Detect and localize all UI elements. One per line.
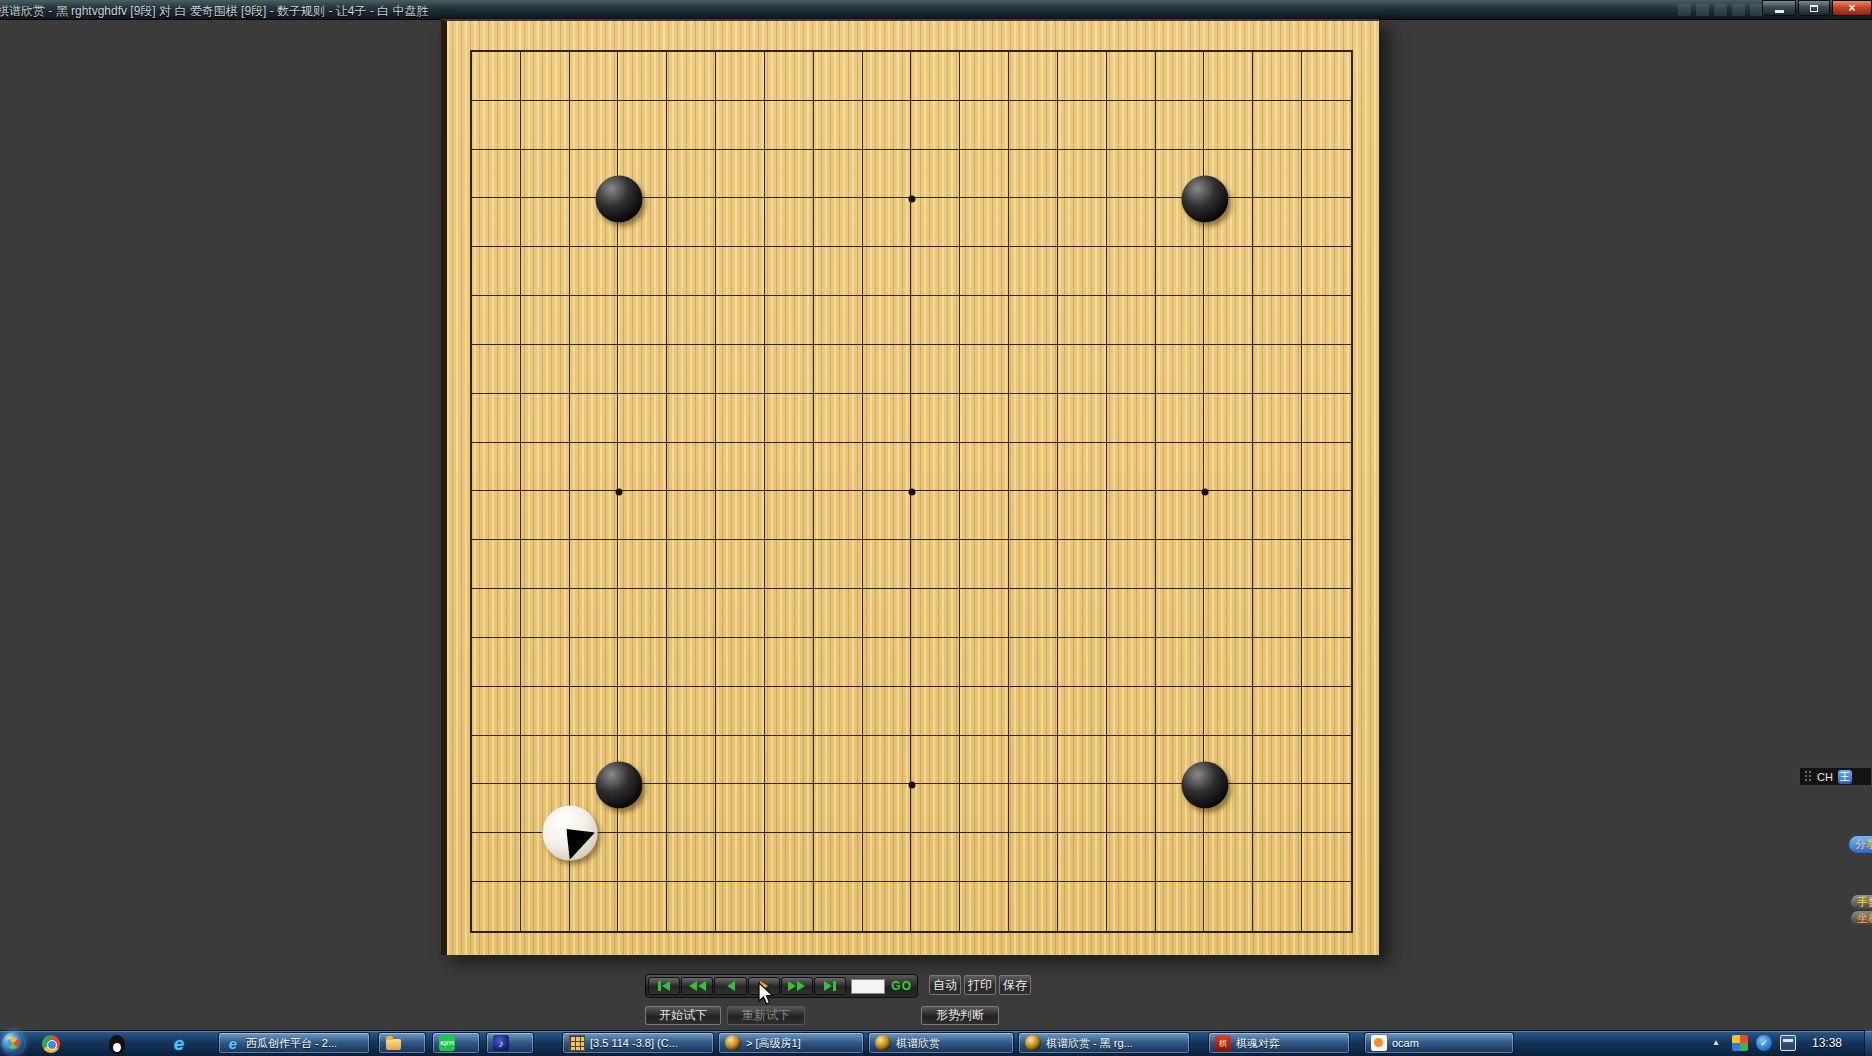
- taskbar-item-xigua[interactable]: e 西瓜创作平台 - 2...: [218, 1032, 370, 1054]
- close-icon: ×: [1848, 3, 1855, 13]
- go-ball-icon: [875, 1035, 891, 1051]
- first-move-icon: [658, 981, 661, 991]
- back-icon: [727, 981, 735, 991]
- screen: 棋谱欣赏 - 黑 rghtvghdfv [9段] 对 白 爱奇围棋 [9段] -…: [0, 0, 1872, 1056]
- title-bar: 棋谱欣赏 - 黑 rghtvghdfv [9段] 对 白 爱奇围棋 [9段] -…: [0, 0, 1872, 20]
- taskbar-item-explorer[interactable]: [378, 1032, 426, 1054]
- black-stone: [595, 175, 642, 222]
- show-desktop-button[interactable]: [1864, 1030, 1872, 1056]
- chrome-icon[interactable]: [40, 1033, 62, 1055]
- hoshi-point: [908, 195, 915, 202]
- nav-fast-back-button[interactable]: [681, 977, 713, 995]
- nav-first-button[interactable]: [648, 977, 680, 995]
- taskbar-item-viewer[interactable]: 棋谱欣赏: [868, 1032, 1014, 1054]
- ie-icon: e: [225, 1035, 241, 1051]
- taskbar-item-ocam[interactable]: ocam: [1364, 1032, 1514, 1054]
- titlebar-tool-icon[interactable]: [1714, 4, 1727, 16]
- goban-icon: [569, 1035, 585, 1051]
- tray-security-icon[interactable]: ✓: [1756, 1035, 1772, 1051]
- qihun-icon: 棋: [1215, 1035, 1231, 1051]
- hoshi-point: [908, 488, 915, 495]
- coordinates-toggle[interactable]: 坐标: [1851, 911, 1872, 925]
- board-grid[interactable]: [470, 50, 1353, 933]
- go-button[interactable]: GO: [888, 979, 915, 993]
- hoshi-point: [908, 781, 915, 788]
- window-title: 棋谱欣赏 - 黑 rghtvghdfv [9段] 对 白 爱奇围棋 [9段] -…: [0, 3, 428, 20]
- qq-icon[interactable]: [106, 1033, 128, 1055]
- ocam-icon: [1371, 1035, 1387, 1051]
- fast-back-icon: [689, 981, 697, 991]
- taskbar-clock[interactable]: 13:38: [1812, 1036, 1842, 1050]
- hoshi-point: [615, 488, 622, 495]
- save-button[interactable]: 保存: [999, 975, 1031, 995]
- iqiyi-icon: iQIYI: [439, 1035, 455, 1051]
- ime-language-bar[interactable]: CH 王: [1799, 767, 1872, 786]
- start-button[interactable]: [2, 1032, 24, 1054]
- go-ball-icon: [725, 1035, 741, 1051]
- black-stone: [595, 761, 642, 808]
- taskbar-item-viewer-game[interactable]: 棋谱欣赏 - 黑 rg...: [1018, 1032, 1190, 1054]
- taskbar-item-engine[interactable]: [3.5 114 -3.8] (C...: [562, 1032, 714, 1054]
- taskbar-item-room[interactable]: > [高级房1]: [718, 1032, 864, 1054]
- titlebar-tool-icon[interactable]: [1696, 4, 1709, 16]
- last-move-icon: [824, 981, 832, 991]
- fast-forward-icon: [788, 981, 796, 991]
- tray-app-icon[interactable]: [1732, 1035, 1748, 1051]
- share-button[interactable]: 分享: [1849, 836, 1872, 853]
- start-trial-button[interactable]: 开始试下: [645, 1006, 721, 1025]
- white-stone: [542, 806, 597, 861]
- minimize-button[interactable]: [1762, 0, 1796, 16]
- taskbar-item-qihun[interactable]: 棋 棋魂对弈: [1208, 1032, 1350, 1054]
- ime-language-label: CH: [1817, 771, 1833, 783]
- hoshi-point: [1201, 488, 1208, 495]
- ime-grip-handle[interactable]: [1804, 770, 1812, 783]
- titlebar-tool-icon[interactable]: [1732, 4, 1745, 16]
- media-player-icon: ♪: [493, 1035, 509, 1051]
- last-move-marker: [566, 829, 595, 860]
- tray-expand-icon[interactable]: ▲: [1712, 1038, 1720, 1047]
- folder-icon: [386, 1039, 401, 1050]
- mouse-cursor: [757, 982, 777, 1006]
- go-ball-icon: [1025, 1035, 1041, 1051]
- go-board: [441, 19, 1379, 955]
- replay-navbar: GO: [645, 974, 918, 998]
- tray-window-icon[interactable]: [1780, 1035, 1796, 1051]
- nav-back-button[interactable]: [714, 977, 746, 995]
- judge-position-button[interactable]: 形势判断: [921, 1006, 999, 1025]
- move-number-input[interactable]: [851, 979, 885, 994]
- windows-logo-icon: [5, 1035, 22, 1052]
- taskbar-item-player[interactable]: ♪: [486, 1032, 534, 1054]
- nav-fast-forward-button[interactable]: [781, 977, 813, 995]
- nav-last-button[interactable]: [814, 977, 846, 995]
- move-numbers-toggle[interactable]: 手数: [1851, 895, 1872, 909]
- auto-button[interactable]: 自动: [929, 975, 961, 995]
- print-button[interactable]: 打印: [964, 975, 996, 995]
- taskbar-item-iqiyi[interactable]: iQIYI: [432, 1032, 480, 1054]
- ime-input-method-icon[interactable]: 王: [1838, 770, 1852, 784]
- maximize-button[interactable]: [1798, 0, 1830, 16]
- minimize-icon: [1775, 10, 1784, 13]
- board-points: [472, 52, 1351, 931]
- close-button[interactable]: ×: [1832, 0, 1872, 16]
- internet-explorer-icon[interactable]: e: [168, 1033, 190, 1055]
- maximize-icon: [1810, 5, 1818, 12]
- black-stone: [1181, 175, 1228, 222]
- black-stone: [1181, 761, 1228, 808]
- restart-trial-button[interactable]: 重新试下: [727, 1006, 805, 1025]
- titlebar-tool-icon[interactable]: [1678, 4, 1691, 16]
